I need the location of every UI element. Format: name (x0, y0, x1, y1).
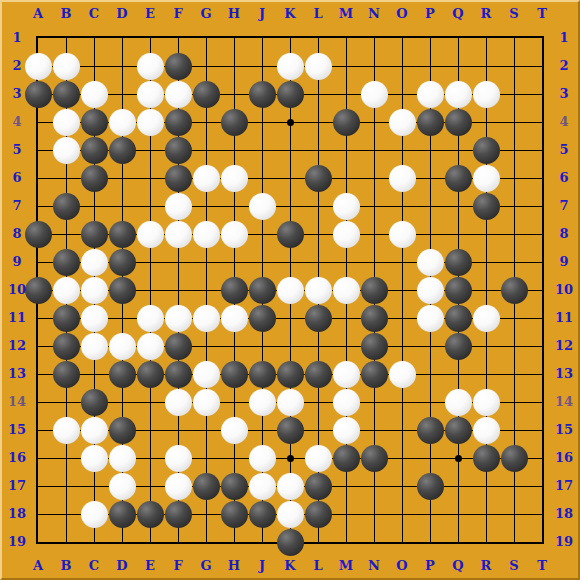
stone-white-L16 (305, 445, 332, 472)
col-label-bottom: M (334, 558, 358, 574)
stone-black-B3 (53, 81, 80, 108)
row-label-right: 10 (552, 282, 576, 298)
stone-white-E4 (137, 109, 164, 136)
stone-black-K3 (277, 81, 304, 108)
stone-white-B15 (53, 417, 80, 444)
stone-black-D13 (109, 361, 136, 388)
col-label-top: Q (446, 6, 470, 22)
stone-black-B13 (53, 361, 80, 388)
stone-black-H10 (221, 277, 248, 304)
row-label-left: 13 (5, 366, 29, 382)
row-label-left: 3 (5, 86, 29, 102)
stone-white-F14 (165, 389, 192, 416)
stone-white-O4 (389, 109, 416, 136)
col-label-top: E (138, 6, 162, 22)
go-app-window: AABBCCDDEEFFGGHHJJKKLLMMNNOOPPQQRRSSTT11… (0, 0, 580, 580)
col-label-bottom: C (82, 558, 106, 574)
stone-white-M14 (333, 389, 360, 416)
col-label-top: R (474, 6, 498, 22)
row-label-right: 9 (552, 254, 576, 270)
stone-black-J13 (249, 361, 276, 388)
stone-black-K8 (277, 221, 304, 248)
stone-black-F6 (165, 165, 192, 192)
stone-black-M4 (333, 109, 360, 136)
row-label-left: 16 (5, 450, 29, 466)
col-label-top: J (250, 6, 274, 22)
stone-white-E3 (137, 81, 164, 108)
stone-white-J17 (249, 473, 276, 500)
stone-black-J10 (249, 277, 276, 304)
stone-white-G8 (193, 221, 220, 248)
stone-white-E2 (137, 53, 164, 80)
stone-white-M15 (333, 417, 360, 444)
stone-black-H18 (221, 501, 248, 528)
stone-white-D12 (109, 333, 136, 360)
stone-black-K19 (277, 529, 304, 556)
row-label-left: 5 (5, 142, 29, 158)
stone-black-N12 (361, 333, 388, 360)
stone-white-R14 (473, 389, 500, 416)
stone-white-B2 (53, 53, 80, 80)
col-label-bottom: Q (446, 558, 470, 574)
stone-black-L18 (305, 501, 332, 528)
stone-black-F18 (165, 501, 192, 528)
stone-black-Q9 (445, 249, 472, 276)
stone-white-Q14 (445, 389, 472, 416)
col-label-bottom: E (138, 558, 162, 574)
stone-black-F2 (165, 53, 192, 80)
col-label-bottom: J (250, 558, 274, 574)
stone-white-K14 (277, 389, 304, 416)
row-label-right: 13 (552, 366, 576, 382)
stone-black-P15 (417, 417, 444, 444)
stone-black-D9 (109, 249, 136, 276)
col-label-bottom: N (362, 558, 386, 574)
stone-black-K13 (277, 361, 304, 388)
col-label-top: G (194, 6, 218, 22)
col-label-top: H (222, 6, 246, 22)
stone-black-B7 (53, 193, 80, 220)
stone-black-B11 (53, 305, 80, 332)
stone-white-F16 (165, 445, 192, 472)
stone-white-P11 (417, 305, 444, 332)
stone-white-E11 (137, 305, 164, 332)
stone-white-K18 (277, 501, 304, 528)
stone-white-N3 (361, 81, 388, 108)
row-label-left: 9 (5, 254, 29, 270)
stone-black-M16 (333, 445, 360, 472)
stone-black-C5 (81, 137, 108, 164)
row-label-right: 6 (552, 170, 576, 186)
stone-white-H6 (221, 165, 248, 192)
col-label-top: L (306, 6, 330, 22)
stone-white-F3 (165, 81, 192, 108)
row-label-left: 17 (5, 478, 29, 494)
col-label-bottom: B (54, 558, 78, 574)
stone-white-P9 (417, 249, 444, 276)
row-label-right: 4 (552, 114, 576, 130)
stone-white-G14 (193, 389, 220, 416)
stone-black-F4 (165, 109, 192, 136)
stone-white-O6 (389, 165, 416, 192)
stone-black-C8 (81, 221, 108, 248)
stone-black-G3 (193, 81, 220, 108)
stone-white-F17 (165, 473, 192, 500)
col-label-bottom: F (166, 558, 190, 574)
row-label-right: 19 (552, 534, 576, 550)
stone-black-J3 (249, 81, 276, 108)
stone-black-P4 (417, 109, 444, 136)
stone-white-L10 (305, 277, 332, 304)
stone-black-N10 (361, 277, 388, 304)
stone-black-E13 (137, 361, 164, 388)
stone-black-F13 (165, 361, 192, 388)
stone-white-D16 (109, 445, 136, 472)
stone-black-H4 (221, 109, 248, 136)
stone-white-C16 (81, 445, 108, 472)
stone-black-R7 (473, 193, 500, 220)
col-label-top: D (110, 6, 134, 22)
stone-black-Q12 (445, 333, 472, 360)
stone-white-M10 (333, 277, 360, 304)
stone-black-L6 (305, 165, 332, 192)
col-label-top: F (166, 6, 190, 22)
stone-black-D18 (109, 501, 136, 528)
col-label-top: M (334, 6, 358, 22)
stone-black-B12 (53, 333, 80, 360)
col-label-bottom: H (222, 558, 246, 574)
col-label-bottom: O (390, 558, 414, 574)
stone-white-C11 (81, 305, 108, 332)
stone-black-J11 (249, 305, 276, 332)
stone-black-F5 (165, 137, 192, 164)
col-label-bottom: R (474, 558, 498, 574)
stone-black-D15 (109, 417, 136, 444)
stone-white-R6 (473, 165, 500, 192)
stone-white-L2 (305, 53, 332, 80)
stone-white-K10 (277, 277, 304, 304)
row-label-right: 18 (552, 506, 576, 522)
col-label-bottom: L (306, 558, 330, 574)
row-label-left: 15 (5, 422, 29, 438)
star-point (287, 455, 294, 462)
col-label-top: K (278, 6, 302, 22)
col-label-bottom: G (194, 558, 218, 574)
col-label-top: S (502, 6, 526, 22)
row-label-right: 8 (552, 226, 576, 242)
col-label-bottom: D (110, 558, 134, 574)
row-label-left: 8 (5, 226, 29, 242)
stone-black-L13 (305, 361, 332, 388)
row-label-right: 14 (552, 394, 576, 410)
stone-white-M13 (333, 361, 360, 388)
stone-black-N16 (361, 445, 388, 472)
row-label-right: 3 (552, 86, 576, 102)
stone-white-C3 (81, 81, 108, 108)
stone-white-J7 (249, 193, 276, 220)
stone-black-C14 (81, 389, 108, 416)
row-label-left: 1 (5, 30, 29, 46)
col-label-bottom: T (530, 558, 554, 574)
stone-white-F7 (165, 193, 192, 220)
stone-white-R11 (473, 305, 500, 332)
stone-white-K2 (277, 53, 304, 80)
stone-white-J16 (249, 445, 276, 472)
stone-black-C4 (81, 109, 108, 136)
row-label-left: 14 (5, 394, 29, 410)
stone-white-D4 (109, 109, 136, 136)
col-label-top: P (418, 6, 442, 22)
row-label-right: 17 (552, 478, 576, 494)
stone-black-J18 (249, 501, 276, 528)
stone-white-D17 (109, 473, 136, 500)
stone-white-O13 (389, 361, 416, 388)
row-label-left: 6 (5, 170, 29, 186)
star-point (287, 119, 294, 126)
row-label-left: 11 (5, 310, 29, 326)
col-label-top: A (26, 6, 50, 22)
stone-white-J14 (249, 389, 276, 416)
row-label-right: 2 (552, 58, 576, 74)
col-label-top: B (54, 6, 78, 22)
row-label-left: 12 (5, 338, 29, 354)
stone-white-M7 (333, 193, 360, 220)
stone-white-F8 (165, 221, 192, 248)
stone-black-L11 (305, 305, 332, 332)
col-label-bottom: P (418, 558, 442, 574)
stone-black-H17 (221, 473, 248, 500)
col-label-top: C (82, 6, 106, 22)
stone-black-D5 (109, 137, 136, 164)
stone-white-E12 (137, 333, 164, 360)
stone-black-S10 (501, 277, 528, 304)
col-label-top: O (390, 6, 414, 22)
row-label-left: 4 (5, 114, 29, 130)
stone-black-Q4 (445, 109, 472, 136)
row-label-right: 11 (552, 310, 576, 326)
col-label-bottom: K (278, 558, 302, 574)
stone-white-H8 (221, 221, 248, 248)
stone-white-K17 (277, 473, 304, 500)
col-label-bottom: S (502, 558, 526, 574)
star-point (455, 455, 462, 462)
stone-white-O8 (389, 221, 416, 248)
stone-black-Q11 (445, 305, 472, 332)
stone-white-C9 (81, 249, 108, 276)
stone-black-H13 (221, 361, 248, 388)
stone-white-C10 (81, 277, 108, 304)
go-board[interactable]: AABBCCDDEEFFGGHHJJKKLLMMNNOOPPQQRRSSTT11… (0, 0, 580, 580)
row-label-left: 2 (5, 58, 29, 74)
stone-black-G17 (193, 473, 220, 500)
stone-white-Q3 (445, 81, 472, 108)
stone-black-F12 (165, 333, 192, 360)
row-label-left: 18 (5, 506, 29, 522)
stone-white-G11 (193, 305, 220, 332)
stone-white-G6 (193, 165, 220, 192)
stone-black-Q6 (445, 165, 472, 192)
stone-white-H11 (221, 305, 248, 332)
stone-black-B9 (53, 249, 80, 276)
stone-white-M8 (333, 221, 360, 248)
stone-black-D8 (109, 221, 136, 248)
stone-black-Q15 (445, 417, 472, 444)
stone-black-Q10 (445, 277, 472, 304)
row-label-right: 12 (552, 338, 576, 354)
col-label-top: N (362, 6, 386, 22)
stone-white-B4 (53, 109, 80, 136)
stone-black-L17 (305, 473, 332, 500)
stone-white-R3 (473, 81, 500, 108)
stone-white-P3 (417, 81, 444, 108)
stone-white-F11 (165, 305, 192, 332)
stone-black-S16 (501, 445, 528, 472)
stone-white-R15 (473, 417, 500, 444)
stone-white-E8 (137, 221, 164, 248)
stone-white-C15 (81, 417, 108, 444)
stone-black-K15 (277, 417, 304, 444)
stone-black-N11 (361, 305, 388, 332)
row-label-right: 16 (552, 450, 576, 466)
row-label-left: 7 (5, 198, 29, 214)
stone-black-N13 (361, 361, 388, 388)
row-label-left: 19 (5, 534, 29, 550)
row-label-left: 10 (5, 282, 29, 298)
stone-black-R5 (473, 137, 500, 164)
row-label-right: 15 (552, 422, 576, 438)
stone-black-E18 (137, 501, 164, 528)
row-label-right: 5 (552, 142, 576, 158)
stone-white-P10 (417, 277, 444, 304)
stone-black-P17 (417, 473, 444, 500)
row-label-right: 1 (552, 30, 576, 46)
stone-white-H15 (221, 417, 248, 444)
stone-white-B5 (53, 137, 80, 164)
row-label-right: 7 (552, 198, 576, 214)
stone-black-R16 (473, 445, 500, 472)
stone-black-C6 (81, 165, 108, 192)
stone-white-C12 (81, 333, 108, 360)
stone-black-D10 (109, 277, 136, 304)
stone-white-C18 (81, 501, 108, 528)
col-label-top: T (530, 6, 554, 22)
col-label-bottom: A (26, 558, 50, 574)
stone-white-G13 (193, 361, 220, 388)
stone-white-B10 (53, 277, 80, 304)
